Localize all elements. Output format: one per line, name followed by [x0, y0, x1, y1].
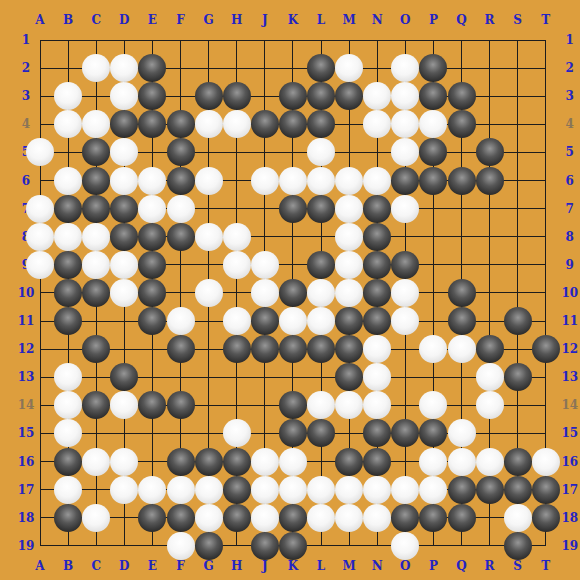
- white-stone-M18: [335, 504, 363, 532]
- white-stone-K6: [279, 167, 307, 195]
- black-stone-E3: [138, 82, 166, 110]
- black-stone-Q6: [448, 167, 476, 195]
- white-stone-N14: [363, 391, 391, 419]
- black-stone-N15: [363, 419, 391, 447]
- col-label-bottom-L: L: [313, 560, 329, 572]
- black-stone-D8: [110, 223, 138, 251]
- white-stone-K17: [279, 476, 307, 504]
- row-label-right-13: 13: [558, 371, 580, 383]
- black-stone-D13: [110, 363, 138, 391]
- white-stone-E7: [138, 195, 166, 223]
- black-stone-M11: [335, 307, 363, 335]
- col-label-top-O: O: [397, 14, 413, 26]
- black-stone-F5: [167, 138, 195, 166]
- black-stone-L2: [307, 54, 335, 82]
- black-stone-F16: [167, 448, 195, 476]
- black-stone-T17: [532, 476, 560, 504]
- white-stone-F11: [167, 307, 195, 335]
- white-stone-B15: [54, 419, 82, 447]
- black-stone-C12: [82, 335, 110, 363]
- black-stone-H12: [223, 335, 251, 363]
- black-stone-K10: [279, 279, 307, 307]
- white-stone-C18: [82, 504, 110, 532]
- black-stone-P2: [419, 54, 447, 82]
- col-label-top-S: S: [510, 14, 526, 26]
- white-stone-B14: [54, 391, 82, 419]
- white-stone-O3: [391, 82, 419, 110]
- black-stone-H3: [223, 82, 251, 110]
- black-stone-S16: [504, 448, 532, 476]
- black-stone-J4: [251, 110, 279, 138]
- black-stone-N7: [363, 195, 391, 223]
- row-label-left-11: 11: [14, 315, 38, 327]
- white-stone-J9: [251, 251, 279, 279]
- white-stone-F19: [167, 532, 195, 560]
- row-label-left-10: 10: [14, 287, 38, 299]
- row-label-right-4: 4: [558, 118, 580, 130]
- black-stone-F6: [167, 167, 195, 195]
- white-stone-C9: [82, 251, 110, 279]
- black-stone-D7: [110, 195, 138, 223]
- white-stone-D9: [110, 251, 138, 279]
- black-stone-K14: [279, 391, 307, 419]
- white-stone-N6: [363, 167, 391, 195]
- black-stone-K19: [279, 532, 307, 560]
- col-label-top-N: N: [369, 14, 385, 26]
- white-stone-J18: [251, 504, 279, 532]
- white-stone-O2: [391, 54, 419, 82]
- row-label-right-15: 15: [558, 427, 580, 439]
- white-stone-L10: [307, 279, 335, 307]
- row-label-right-2: 2: [558, 62, 580, 74]
- black-stone-T18: [532, 504, 560, 532]
- black-stone-Q11: [448, 307, 476, 335]
- white-stone-J17: [251, 476, 279, 504]
- black-stone-M16: [335, 448, 363, 476]
- black-stone-P6: [419, 167, 447, 195]
- black-stone-R12: [476, 335, 504, 363]
- black-stone-O15: [391, 419, 419, 447]
- black-stone-P3: [419, 82, 447, 110]
- white-stone-K16: [279, 448, 307, 476]
- white-stone-D14: [110, 391, 138, 419]
- black-stone-E2: [138, 54, 166, 82]
- black-stone-P5: [419, 138, 447, 166]
- black-stone-K4: [279, 110, 307, 138]
- black-stone-K12: [279, 335, 307, 363]
- black-stone-C14: [82, 391, 110, 419]
- black-stone-J19: [251, 532, 279, 560]
- row-label-right-12: 12: [558, 343, 580, 355]
- col-label-bottom-K: K: [285, 560, 301, 572]
- col-label-top-C: C: [88, 14, 104, 26]
- row-label-left-16: 16: [14, 456, 38, 468]
- col-label-top-L: L: [313, 14, 329, 26]
- col-label-bottom-J: J: [257, 560, 273, 572]
- white-stone-M9: [335, 251, 363, 279]
- white-stone-P4: [419, 110, 447, 138]
- white-stone-A9: [26, 251, 54, 279]
- black-stone-L9: [307, 251, 335, 279]
- row-label-left-1: 1: [14, 34, 38, 46]
- white-stone-M17: [335, 476, 363, 504]
- black-stone-E14: [138, 391, 166, 419]
- white-stone-B4: [54, 110, 82, 138]
- row-label-left-12: 12: [14, 343, 38, 355]
- white-stone-G4: [195, 110, 223, 138]
- white-stone-H11: [223, 307, 251, 335]
- white-stone-P14: [419, 391, 447, 419]
- black-stone-G3: [195, 82, 223, 110]
- white-stone-P17: [419, 476, 447, 504]
- black-stone-K15: [279, 419, 307, 447]
- black-stone-M3: [335, 82, 363, 110]
- black-stone-B18: [54, 504, 82, 532]
- col-label-bottom-A: A: [32, 560, 48, 572]
- black-stone-B11: [54, 307, 82, 335]
- white-stone-O19: [391, 532, 419, 560]
- black-stone-N10: [363, 279, 391, 307]
- row-label-right-19: 19: [558, 540, 580, 552]
- black-stone-R5: [476, 138, 504, 166]
- col-label-bottom-N: N: [369, 560, 385, 572]
- black-stone-F4: [167, 110, 195, 138]
- white-stone-N13: [363, 363, 391, 391]
- white-stone-G6: [195, 167, 223, 195]
- black-stone-D4: [110, 110, 138, 138]
- col-label-bottom-Q: Q: [454, 560, 470, 572]
- black-stone-C6: [82, 167, 110, 195]
- white-stone-B8: [54, 223, 82, 251]
- white-stone-C8: [82, 223, 110, 251]
- col-label-bottom-E: E: [144, 560, 160, 572]
- white-stone-O5: [391, 138, 419, 166]
- white-stone-H8: [223, 223, 251, 251]
- black-stone-G16: [195, 448, 223, 476]
- col-label-bottom-O: O: [397, 560, 413, 572]
- col-label-top-M: M: [341, 14, 357, 26]
- white-stone-L6: [307, 167, 335, 195]
- white-stone-N12: [363, 335, 391, 363]
- col-label-top-B: B: [60, 14, 76, 26]
- white-stone-L5: [307, 138, 335, 166]
- black-stone-B16: [54, 448, 82, 476]
- white-stone-H15: [223, 419, 251, 447]
- black-stone-Q3: [448, 82, 476, 110]
- white-stone-R16: [476, 448, 504, 476]
- black-stone-O9: [391, 251, 419, 279]
- black-stone-N9: [363, 251, 391, 279]
- col-label-top-G: G: [201, 14, 217, 26]
- white-stone-M10: [335, 279, 363, 307]
- row-label-right-5: 5: [558, 146, 580, 158]
- col-label-bottom-M: M: [341, 560, 357, 572]
- white-stone-L11: [307, 307, 335, 335]
- white-stone-R14: [476, 391, 504, 419]
- white-stone-O10: [391, 279, 419, 307]
- white-stone-D17: [110, 476, 138, 504]
- white-stone-G8: [195, 223, 223, 251]
- white-stone-O4: [391, 110, 419, 138]
- white-stone-J6: [251, 167, 279, 195]
- white-stone-F17: [167, 476, 195, 504]
- white-stone-A8: [26, 223, 54, 251]
- row-label-right-16: 16: [558, 456, 580, 468]
- row-label-right-8: 8: [558, 231, 580, 243]
- white-stone-L18: [307, 504, 335, 532]
- black-stone-T12: [532, 335, 560, 363]
- row-label-right-3: 3: [558, 90, 580, 102]
- black-stone-C5: [82, 138, 110, 166]
- row-label-right-7: 7: [558, 203, 580, 215]
- black-stone-S13: [504, 363, 532, 391]
- row-label-right-6: 6: [558, 175, 580, 187]
- white-stone-Q16: [448, 448, 476, 476]
- white-stone-B13: [54, 363, 82, 391]
- col-label-top-Q: Q: [454, 14, 470, 26]
- white-stone-A7: [26, 195, 54, 223]
- white-stone-D3: [110, 82, 138, 110]
- row-label-right-1: 1: [558, 34, 580, 46]
- white-stone-G17: [195, 476, 223, 504]
- white-stone-R13: [476, 363, 504, 391]
- black-stone-G19: [195, 532, 223, 560]
- row-label-left-2: 2: [14, 62, 38, 74]
- black-stone-B10: [54, 279, 82, 307]
- col-label-top-D: D: [116, 14, 132, 26]
- white-stone-H4: [223, 110, 251, 138]
- white-stone-G18: [195, 504, 223, 532]
- white-stone-D2: [110, 54, 138, 82]
- white-stone-M6: [335, 167, 363, 195]
- col-label-top-R: R: [482, 14, 498, 26]
- black-stone-K18: [279, 504, 307, 532]
- black-stone-E4: [138, 110, 166, 138]
- row-label-left-3: 3: [14, 90, 38, 102]
- black-stone-B9: [54, 251, 82, 279]
- white-stone-C4: [82, 110, 110, 138]
- black-stone-J12: [251, 335, 279, 363]
- col-label-bottom-P: P: [425, 560, 441, 572]
- white-stone-M8: [335, 223, 363, 251]
- black-stone-K7: [279, 195, 307, 223]
- col-label-bottom-H: H: [229, 560, 245, 572]
- white-stone-N4: [363, 110, 391, 138]
- row-label-left-6: 6: [14, 175, 38, 187]
- white-stone-K11: [279, 307, 307, 335]
- row-label-left-14: 14: [14, 399, 38, 411]
- row-label-right-14: 14: [558, 399, 580, 411]
- white-stone-F7: [167, 195, 195, 223]
- black-stone-E10: [138, 279, 166, 307]
- black-stone-Q4: [448, 110, 476, 138]
- black-stone-L12: [307, 335, 335, 363]
- white-stone-N18: [363, 504, 391, 532]
- white-stone-A5: [26, 138, 54, 166]
- black-stone-O18: [391, 504, 419, 532]
- black-stone-F8: [167, 223, 195, 251]
- col-label-top-J: J: [257, 14, 273, 26]
- row-label-right-18: 18: [558, 512, 580, 524]
- col-label-bottom-C: C: [88, 560, 104, 572]
- white-stone-M7: [335, 195, 363, 223]
- white-stone-P12: [419, 335, 447, 363]
- row-label-right-17: 17: [558, 484, 580, 496]
- black-stone-L15: [307, 419, 335, 447]
- row-label-right-11: 11: [558, 315, 580, 327]
- black-stone-M12: [335, 335, 363, 363]
- white-stone-D5: [110, 138, 138, 166]
- row-label-left-15: 15: [14, 427, 38, 439]
- col-label-bottom-D: D: [116, 560, 132, 572]
- black-stone-S11: [504, 307, 532, 335]
- row-label-left-13: 13: [14, 371, 38, 383]
- row-label-left-19: 19: [14, 540, 38, 552]
- col-label-bottom-F: F: [173, 560, 189, 572]
- white-stone-M2: [335, 54, 363, 82]
- col-label-bottom-S: S: [510, 560, 526, 572]
- col-label-top-H: H: [229, 14, 245, 26]
- white-stone-B3: [54, 82, 82, 110]
- white-stone-L14: [307, 391, 335, 419]
- row-label-right-10: 10: [558, 287, 580, 299]
- white-stone-D10: [110, 279, 138, 307]
- black-stone-H16: [223, 448, 251, 476]
- black-stone-E9: [138, 251, 166, 279]
- black-stone-O6: [391, 167, 419, 195]
- black-stone-N8: [363, 223, 391, 251]
- go-board-app: AABBCCDDEEFFGGHHJJKKLLMMNNOOPPQQRRSSTT11…: [0, 0, 580, 580]
- black-stone-S17: [504, 476, 532, 504]
- black-stone-B7: [54, 195, 82, 223]
- white-stone-Q12: [448, 335, 476, 363]
- white-stone-O17: [391, 476, 419, 504]
- white-stone-C16: [82, 448, 110, 476]
- row-label-left-18: 18: [14, 512, 38, 524]
- black-stone-Q10: [448, 279, 476, 307]
- white-stone-E17: [138, 476, 166, 504]
- white-stone-M14: [335, 391, 363, 419]
- col-label-bottom-G: G: [201, 560, 217, 572]
- row-label-left-17: 17: [14, 484, 38, 496]
- white-stone-G10: [195, 279, 223, 307]
- black-stone-L4: [307, 110, 335, 138]
- black-stone-P15: [419, 419, 447, 447]
- black-stone-C7: [82, 195, 110, 223]
- white-stone-N3: [363, 82, 391, 110]
- black-stone-E11: [138, 307, 166, 335]
- black-stone-R17: [476, 476, 504, 504]
- white-stone-J16: [251, 448, 279, 476]
- black-stone-N11: [363, 307, 391, 335]
- col-label-top-T: T: [538, 14, 554, 26]
- white-stone-O11: [391, 307, 419, 335]
- black-stone-R6: [476, 167, 504, 195]
- white-stone-B17: [54, 476, 82, 504]
- white-stone-C2: [82, 54, 110, 82]
- white-stone-P16: [419, 448, 447, 476]
- white-stone-D16: [110, 448, 138, 476]
- black-stone-E8: [138, 223, 166, 251]
- col-label-top-A: A: [32, 14, 48, 26]
- black-stone-L7: [307, 195, 335, 223]
- white-stone-B6: [54, 167, 82, 195]
- white-stone-L17: [307, 476, 335, 504]
- white-stone-J10: [251, 279, 279, 307]
- black-stone-H18: [223, 504, 251, 532]
- row-label-right-9: 9: [558, 259, 580, 271]
- white-stone-E6: [138, 167, 166, 195]
- black-stone-F18: [167, 504, 195, 532]
- white-stone-O7: [391, 195, 419, 223]
- black-stone-L3: [307, 82, 335, 110]
- black-stone-J11: [251, 307, 279, 335]
- col-label-top-F: F: [173, 14, 189, 26]
- col-label-bottom-R: R: [482, 560, 498, 572]
- col-label-bottom-T: T: [538, 560, 554, 572]
- row-label-left-4: 4: [14, 118, 38, 130]
- col-label-top-E: E: [144, 14, 160, 26]
- black-stone-K3: [279, 82, 307, 110]
- black-stone-H17: [223, 476, 251, 504]
- col-label-top-P: P: [425, 14, 441, 26]
- black-stone-P18: [419, 504, 447, 532]
- white-stone-D6: [110, 167, 138, 195]
- white-stone-H9: [223, 251, 251, 279]
- col-label-top-K: K: [285, 14, 301, 26]
- black-stone-M13: [335, 363, 363, 391]
- white-stone-S18: [504, 504, 532, 532]
- black-stone-F14: [167, 391, 195, 419]
- black-stone-S19: [504, 532, 532, 560]
- black-stone-N16: [363, 448, 391, 476]
- black-stone-F12: [167, 335, 195, 363]
- black-stone-C10: [82, 279, 110, 307]
- black-stone-E18: [138, 504, 166, 532]
- white-stone-N17: [363, 476, 391, 504]
- white-stone-T16: [532, 448, 560, 476]
- col-label-bottom-B: B: [60, 560, 76, 572]
- black-stone-Q18: [448, 504, 476, 532]
- white-stone-Q15: [448, 419, 476, 447]
- black-stone-Q17: [448, 476, 476, 504]
